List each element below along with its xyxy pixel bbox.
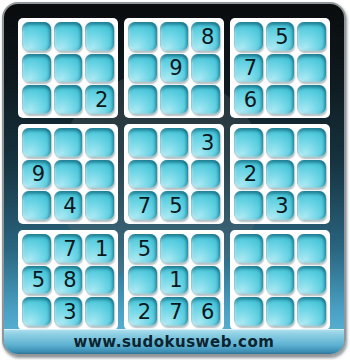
cell-r3c1[interactable]: [22, 85, 51, 114]
cell-r6c1[interactable]: [22, 191, 51, 220]
cell-r2c1[interactable]: [22, 54, 51, 83]
cell-r6c3[interactable]: [85, 191, 114, 220]
given-digit: 2: [138, 302, 151, 323]
cell-r8c2[interactable]: 8: [54, 266, 83, 295]
cell-r3c7[interactable]: 6: [234, 85, 263, 114]
cell-r3c2[interactable]: [54, 85, 83, 114]
given-digit: 7: [244, 58, 257, 79]
cell-r6c2[interactable]: 4: [54, 191, 83, 220]
given-digit: 2: [95, 90, 108, 111]
cell-r9c2[interactable]: 3: [54, 297, 83, 326]
cell-r9c4[interactable]: 2: [128, 297, 157, 326]
box-1-1: 2: [18, 18, 118, 118]
cell-r9c6[interactable]: 6: [191, 297, 220, 326]
given-digit: 8: [201, 27, 214, 48]
cell-r5c5[interactable]: [160, 160, 189, 189]
cell-r4c3[interactable]: [85, 128, 114, 157]
cell-r8c9[interactable]: [297, 266, 326, 295]
cell-r1c4[interactable]: [128, 22, 157, 51]
cell-r5c1[interactable]: 9: [22, 160, 51, 189]
cell-r8c8[interactable]: [266, 266, 295, 295]
sudoku-grid: 28957694375237158351276: [18, 18, 330, 330]
cell-r9c5[interactable]: 7: [160, 297, 189, 326]
cell-r2c9[interactable]: [297, 54, 326, 83]
cell-r1c9[interactable]: [297, 22, 326, 51]
cell-r1c8[interactable]: 5: [266, 22, 295, 51]
cell-r8c1[interactable]: 5: [22, 266, 51, 295]
box-2-1: 94: [18, 124, 118, 224]
given-digit: 7: [138, 196, 151, 217]
cell-r3c6[interactable]: [191, 85, 220, 114]
cell-r5c2[interactable]: [54, 160, 83, 189]
cell-r9c1[interactable]: [22, 297, 51, 326]
box-1-2: 89: [124, 18, 224, 118]
given-digit: 7: [169, 302, 182, 323]
cell-r7c3[interactable]: 1: [85, 234, 114, 263]
cell-r9c9[interactable]: [297, 297, 326, 326]
cell-r6c6[interactable]: [191, 191, 220, 220]
cell-r9c3[interactable]: [85, 297, 114, 326]
cell-r5c3[interactable]: [85, 160, 114, 189]
cell-r2c2[interactable]: [54, 54, 83, 83]
cell-r4c1[interactable]: [22, 128, 51, 157]
given-digit: 5: [275, 27, 288, 48]
cell-r2c4[interactable]: [128, 54, 157, 83]
cell-r1c6[interactable]: 8: [191, 22, 220, 51]
cell-r7c6[interactable]: [191, 234, 220, 263]
cell-r7c4[interactable]: 5: [128, 234, 157, 263]
box-2-2: 375: [124, 124, 224, 224]
given-digit: 5: [169, 196, 182, 217]
cell-r8c4[interactable]: [128, 266, 157, 295]
cell-r2c8[interactable]: [266, 54, 295, 83]
cell-r7c1[interactable]: [22, 234, 51, 263]
footer-bar: www.sudokusweb.com: [4, 329, 344, 354]
given-digit: 1: [95, 239, 108, 260]
given-digit: 3: [201, 133, 214, 154]
cell-r4c2[interactable]: [54, 128, 83, 157]
box-3-3: [230, 230, 330, 330]
cell-r7c7[interactable]: [234, 234, 263, 263]
cell-r8c3[interactable]: [85, 266, 114, 295]
cell-r6c9[interactable]: [297, 191, 326, 220]
page: 28957694375237158351276 www.sudokusweb.c…: [0, 0, 350, 360]
given-digit: 5: [138, 239, 151, 260]
box-3-2: 51276: [124, 230, 224, 330]
cell-r6c7[interactable]: [234, 191, 263, 220]
given-digit: 4: [63, 196, 76, 217]
given-digit: 3: [63, 302, 76, 323]
given-digit: 9: [169, 58, 182, 79]
cell-r2c6[interactable]: [191, 54, 220, 83]
cell-r8c5[interactable]: 1: [160, 266, 189, 295]
cell-r8c7[interactable]: [234, 266, 263, 295]
given-digit: 6: [244, 90, 257, 111]
cell-r4c8[interactable]: [266, 128, 295, 157]
cell-r5c8[interactable]: [266, 160, 295, 189]
cell-r4c9[interactable]: [297, 128, 326, 157]
cell-r6c4[interactable]: 7: [128, 191, 157, 220]
cell-r3c4[interactable]: [128, 85, 157, 114]
cell-r2c3[interactable]: [85, 54, 114, 83]
cell-r7c9[interactable]: [297, 234, 326, 263]
given-digit: 6: [201, 302, 214, 323]
cell-r3c5[interactable]: [160, 85, 189, 114]
sudoku-board: 28957694375237158351276 www.sudokusweb.c…: [2, 2, 346, 356]
cell-r5c9[interactable]: [297, 160, 326, 189]
cell-r1c1[interactable]: [22, 22, 51, 51]
given-digit: 7: [63, 239, 76, 260]
given-digit: 2: [244, 164, 257, 185]
given-digit: 9: [32, 164, 45, 185]
cell-r1c2[interactable]: [54, 22, 83, 51]
cell-r4c6[interactable]: 3: [191, 128, 220, 157]
website-url: www.sudokusweb.com: [74, 333, 275, 351]
box-3-1: 71583: [18, 230, 118, 330]
cell-r3c3[interactable]: 2: [85, 85, 114, 114]
cell-r8c6[interactable]: [191, 266, 220, 295]
cell-r6c8[interactable]: 3: [266, 191, 295, 220]
cell-r4c5[interactable]: [160, 128, 189, 157]
cell-r6c5[interactable]: 5: [160, 191, 189, 220]
cell-r5c7[interactable]: 2: [234, 160, 263, 189]
cell-r2c5[interactable]: 9: [160, 54, 189, 83]
cell-r1c5[interactable]: [160, 22, 189, 51]
given-digit: 5: [32, 270, 45, 291]
cell-r7c8[interactable]: [266, 234, 295, 263]
cell-r5c6[interactable]: [191, 160, 220, 189]
cell-r5c4[interactable]: [128, 160, 157, 189]
cell-r1c7[interactable]: [234, 22, 263, 51]
cell-r4c4[interactable]: [128, 128, 157, 157]
cell-r7c2[interactable]: 7: [54, 234, 83, 263]
cell-r3c9[interactable]: [297, 85, 326, 114]
given-digit: 1: [169, 270, 182, 291]
cell-r1c3[interactable]: [85, 22, 114, 51]
cell-r2c7[interactable]: 7: [234, 54, 263, 83]
cell-r9c8[interactable]: [266, 297, 295, 326]
cell-r9c7[interactable]: [234, 297, 263, 326]
box-1-3: 576: [230, 18, 330, 118]
given-digit: 3: [275, 196, 288, 217]
box-2-3: 23: [230, 124, 330, 224]
given-digit: 8: [63, 270, 76, 291]
cell-r4c7[interactable]: [234, 128, 263, 157]
cell-r3c8[interactable]: [266, 85, 295, 114]
cell-r7c5[interactable]: [160, 234, 189, 263]
